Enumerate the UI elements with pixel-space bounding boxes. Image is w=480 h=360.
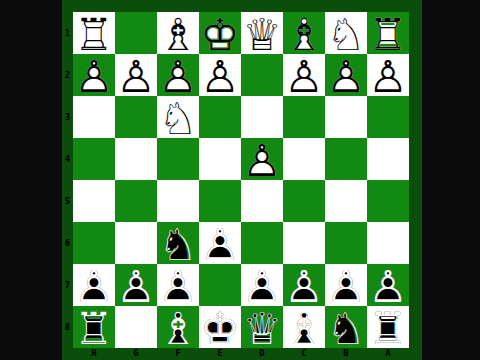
white-bishop[interactable]: ♝♗ [157,12,199,54]
white-queen[interactable]: ♛♕ [241,12,283,54]
square-h3[interactable] [73,96,115,138]
black-pawn[interactable]: ♟♙ [115,264,157,306]
square-e4[interactable] [199,138,241,180]
file-label-g: G [115,348,157,360]
piece-outline: ♗ [283,12,325,54]
piece-fill: ♟ [367,264,409,306]
white-pawn[interactable]: ♟♙ [367,54,409,96]
square-g3[interactable] [115,96,157,138]
square-d5[interactable] [241,180,283,222]
piece-fill: ♝ [283,12,325,54]
piece-fill: ♝ [283,306,325,348]
piece-fill: ♟ [73,54,115,96]
square-g5[interactable] [115,180,157,222]
piece-fill: ♟ [367,54,409,96]
square-d8[interactable]: ♛♕ [241,306,283,348]
square-c5[interactable] [283,180,325,222]
white-pawn[interactable]: ♟♙ [325,54,367,96]
black-king[interactable]: ♚♔ [199,306,241,348]
piece-fill: ♟ [241,138,283,180]
square-c1[interactable]: ♝♗ [283,12,325,54]
piece-fill: ♞ [157,96,199,138]
square-b4[interactable] [325,138,367,180]
black-pawn[interactable]: ♟♙ [199,222,241,264]
piece-outline: ♗ [157,306,199,348]
square-h6[interactable] [73,222,115,264]
square-b1[interactable]: ♞♘ [325,12,367,54]
square-g1[interactable] [115,12,157,54]
piece-outline: ♙ [367,54,409,96]
square-e2[interactable]: ♟♙ [199,54,241,96]
piece-fill: ♝ [157,306,199,348]
piece-outline: ♗ [283,306,325,348]
piece-outline: ♙ [157,54,199,96]
square-h2[interactable]: ♟♙ [73,54,115,96]
piece-outline: ♘ [157,96,199,138]
piece-fill: ♟ [157,264,199,306]
square-a5[interactable] [367,180,409,222]
piece-outline: ♙ [73,264,115,306]
square-b3[interactable] [325,96,367,138]
chess-board: ♜♖♝♗♚♔♛♕♝♗♞♘♜♖♟♙♟♙♟♙♟♙♟♙♟♙♟♙♞♘♟♙♞♘♟♙♟♙♟♙… [73,12,409,348]
piece-fill: ♜ [367,12,409,54]
rank-label-3: 3 [62,96,73,138]
piece-fill: ♟ [325,54,367,96]
square-d2[interactable] [241,54,283,96]
piece-fill: ♟ [115,264,157,306]
square-g4[interactable] [115,138,157,180]
square-d3[interactable] [241,96,283,138]
piece-outline: ♖ [367,306,409,348]
square-e1[interactable]: ♚♔ [199,12,241,54]
square-a4[interactable] [367,138,409,180]
piece-outline: ♖ [73,12,115,54]
square-a8[interactable]: ♜♖ [367,306,409,348]
rank-label-7: 7 [62,264,73,306]
white-bishop[interactable]: ♝♗ [283,12,325,54]
square-d1[interactable]: ♛♕ [241,12,283,54]
piece-fill: ♞ [157,222,199,264]
piece-fill: ♜ [73,12,115,54]
piece-outline: ♙ [367,264,409,306]
square-f5[interactable] [157,180,199,222]
piece-fill: ♟ [241,264,283,306]
black-pawn[interactable]: ♟♙ [241,264,283,306]
file-label-e: E [199,348,241,360]
piece-outline: ♙ [325,54,367,96]
square-f7[interactable]: ♟♙ [157,264,199,306]
square-c4[interactable] [283,138,325,180]
piece-outline: ♙ [157,264,199,306]
file-label-c: C [283,348,325,360]
square-h4[interactable] [73,138,115,180]
piece-fill: ♚ [199,12,241,54]
piece-fill: ♟ [199,54,241,96]
white-pawn[interactable]: ♟♙ [115,54,157,96]
piece-outline: ♙ [241,138,283,180]
piece-outline: ♙ [199,54,241,96]
piece-fill: ♝ [157,12,199,54]
square-c6[interactable] [283,222,325,264]
rank-label-1: 1 [62,12,73,54]
square-b7[interactable]: ♟♙ [325,264,367,306]
square-f3[interactable]: ♞♘ [157,96,199,138]
piece-fill: ♟ [157,54,199,96]
square-a7[interactable]: ♟♙ [367,264,409,306]
piece-outline: ♖ [73,306,115,348]
black-pawn[interactable]: ♟♙ [367,264,409,306]
piece-outline: ♔ [199,306,241,348]
piece-outline: ♙ [115,264,157,306]
piece-fill: ♜ [367,306,409,348]
file-labels: HGFEDCBA [73,348,409,360]
piece-fill: ♛ [241,306,283,348]
file-label-f: F [157,348,199,360]
rank-label-2: 2 [62,54,73,96]
square-f8[interactable]: ♝♗ [157,306,199,348]
square-f1[interactable]: ♝♗ [157,12,199,54]
black-pawn[interactable]: ♟♙ [73,264,115,306]
white-pawn[interactable]: ♟♙ [73,54,115,96]
square-b6[interactable] [325,222,367,264]
black-bishop[interactable]: ♝♗ [283,306,325,348]
square-g7[interactable]: ♟♙ [115,264,157,306]
square-a6[interactable] [367,222,409,264]
piece-outline: ♘ [157,222,199,264]
square-a1[interactable]: ♜♖ [367,12,409,54]
white-pawn[interactable]: ♟♙ [241,138,283,180]
white-pawn[interactable]: ♟♙ [283,54,325,96]
square-d4[interactable]: ♟♙ [241,138,283,180]
black-pawn[interactable]: ♟♙ [325,264,367,306]
black-rook[interactable]: ♜♖ [73,306,115,348]
file-label-a: A [367,348,409,360]
black-knight[interactable]: ♞♘ [325,306,367,348]
piece-outline: ♕ [241,306,283,348]
square-c2[interactable]: ♟♙ [283,54,325,96]
piece-fill: ♟ [73,264,115,306]
piece-outline: ♙ [283,264,325,306]
piece-fill: ♟ [115,54,157,96]
piece-outline: ♘ [325,12,367,54]
piece-outline: ♙ [73,54,115,96]
square-g8[interactable] [115,306,157,348]
square-h8[interactable]: ♜♖ [73,306,115,348]
piece-outline: ♙ [115,54,157,96]
piece-outline: ♙ [283,54,325,96]
black-queen[interactable]: ♛♕ [241,306,283,348]
piece-fill: ♜ [73,306,115,348]
black-rook[interactable]: ♜♖ [367,306,409,348]
square-b8[interactable]: ♞♘ [325,306,367,348]
piece-fill: ♟ [325,264,367,306]
square-a3[interactable] [367,96,409,138]
white-rook[interactable]: ♜♖ [367,12,409,54]
piece-fill: ♟ [283,264,325,306]
piece-outline: ♙ [199,222,241,264]
square-c8[interactable]: ♝♗ [283,306,325,348]
piece-outline: ♔ [199,12,241,54]
piece-fill: ♚ [199,306,241,348]
black-pawn[interactable]: ♟♙ [157,264,199,306]
square-c7[interactable]: ♟♙ [283,264,325,306]
piece-outline: ♖ [367,12,409,54]
square-f4[interactable] [157,138,199,180]
chess-board-panel: 12345678 ♜♖♝♗♚♔♛♕♝♗♞♘♜♖♟♙♟♙♟♙♟♙♟♙♟♙♟♙♞♘♟… [62,0,422,360]
square-e3[interactable] [199,96,241,138]
piece-fill: ♞ [325,306,367,348]
square-c3[interactable] [283,96,325,138]
piece-outline: ♙ [325,264,367,306]
file-label-d: D [241,348,283,360]
white-pawn[interactable]: ♟♙ [199,54,241,96]
rank-labels: 12345678 [62,12,73,348]
piece-fill: ♟ [199,222,241,264]
white-knight[interactable]: ♞♘ [325,12,367,54]
piece-fill: ♞ [325,12,367,54]
square-b5[interactable] [325,180,367,222]
white-king[interactable]: ♚♔ [199,12,241,54]
square-g6[interactable] [115,222,157,264]
square-a2[interactable]: ♟♙ [367,54,409,96]
file-label-h: H [73,348,115,360]
black-bishop[interactable]: ♝♗ [157,306,199,348]
square-d7[interactable]: ♟♙ [241,264,283,306]
piece-outline: ♗ [157,12,199,54]
square-e6[interactable]: ♟♙ [199,222,241,264]
square-d6[interactable] [241,222,283,264]
square-f2[interactable]: ♟♙ [157,54,199,96]
square-h7[interactable]: ♟♙ [73,264,115,306]
white-knight[interactable]: ♞♘ [157,96,199,138]
square-h1[interactable]: ♜♖ [73,12,115,54]
square-e8[interactable]: ♚♔ [199,306,241,348]
square-h5[interactable] [73,180,115,222]
square-f6[interactable]: ♞♘ [157,222,199,264]
square-e5[interactable] [199,180,241,222]
white-pawn[interactable]: ♟♙ [157,54,199,96]
square-b2[interactable]: ♟♙ [325,54,367,96]
piece-outline: ♘ [325,306,367,348]
square-g2[interactable]: ♟♙ [115,54,157,96]
rank-label-6: 6 [62,222,73,264]
rank-label-5: 5 [62,180,73,222]
file-label-b: B [325,348,367,360]
black-knight[interactable]: ♞♘ [157,222,199,264]
black-pawn[interactable]: ♟♙ [283,264,325,306]
piece-outline: ♕ [241,12,283,54]
white-rook[interactable]: ♜♖ [73,12,115,54]
rank-label-4: 4 [62,138,73,180]
rank-label-8: 8 [62,306,73,348]
piece-fill: ♟ [283,54,325,96]
square-e7[interactable] [199,264,241,306]
piece-outline: ♙ [241,264,283,306]
piece-fill: ♛ [241,12,283,54]
